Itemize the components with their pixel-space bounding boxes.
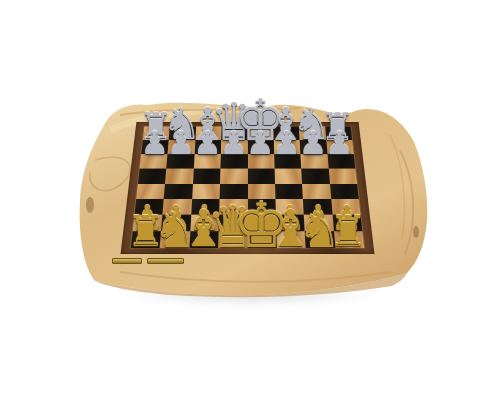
square-d7 — [220, 140, 247, 154]
square-h5 — [328, 169, 357, 184]
square-g5 — [301, 169, 329, 184]
square-f5 — [274, 169, 302, 184]
square-g3 — [303, 199, 332, 215]
square-b1 — [159, 231, 189, 248]
square-b7 — [167, 140, 194, 154]
square-d8 — [221, 126, 247, 140]
square-a7 — [141, 140, 169, 154]
square-h2 — [332, 215, 362, 231]
square-g1 — [304, 231, 334, 248]
square-e3 — [247, 199, 275, 215]
square-g8 — [299, 126, 326, 140]
square-h7 — [325, 140, 353, 154]
square-e7 — [247, 140, 274, 154]
square-d6 — [220, 154, 247, 168]
square-a3 — [134, 199, 164, 215]
square-d5 — [220, 169, 247, 184]
brass-hinge-left — [112, 258, 142, 264]
square-c3 — [191, 199, 220, 215]
square-d1 — [218, 231, 247, 248]
brass-hinge-right — [147, 258, 184, 264]
square-g2 — [303, 215, 333, 231]
square-g4 — [302, 184, 331, 199]
square-e8 — [247, 126, 273, 140]
square-c4 — [191, 184, 219, 199]
square-a8 — [142, 126, 169, 140]
square-c5 — [192, 169, 220, 184]
square-f8 — [273, 126, 300, 140]
square-f4 — [274, 184, 302, 199]
square-a4 — [136, 184, 165, 199]
square-c1 — [189, 231, 219, 248]
photo-scene: ♜♞♝♛♚♝♞♜♟♟♟♟♟♟♟♟♟♟♟♟♟♟♟♟♜♞♝♛♚♝♞♜ — [0, 0, 500, 400]
square-c7 — [194, 140, 221, 154]
square-d3 — [219, 199, 247, 215]
square-c8 — [195, 126, 222, 140]
square-g6 — [300, 154, 328, 168]
square-h8 — [324, 126, 351, 140]
square-h1 — [333, 231, 364, 248]
square-b4 — [164, 184, 193, 199]
square-h4 — [329, 184, 358, 199]
square-g7 — [299, 140, 326, 154]
square-f3 — [275, 199, 304, 215]
square-b6 — [166, 154, 194, 168]
square-e5 — [247, 169, 274, 184]
square-f2 — [275, 215, 304, 231]
square-c6 — [193, 154, 220, 168]
board-frame — [120, 122, 374, 254]
square-b5 — [165, 169, 193, 184]
square-d2 — [218, 215, 247, 231]
square-b3 — [162, 199, 191, 215]
square-d4 — [219, 184, 247, 199]
square-a6 — [139, 154, 167, 168]
square-e2 — [247, 215, 276, 231]
wood-knot — [413, 226, 419, 238]
square-e6 — [247, 154, 274, 168]
square-f7 — [273, 140, 300, 154]
wood-knot — [86, 197, 94, 213]
square-f6 — [274, 154, 301, 168]
square-f1 — [276, 231, 306, 248]
square-a1 — [130, 231, 161, 248]
square-e4 — [247, 184, 275, 199]
square-a2 — [132, 215, 162, 231]
square-a5 — [138, 169, 167, 184]
square-h6 — [327, 154, 355, 168]
square-c2 — [190, 215, 219, 231]
square-b2 — [161, 215, 191, 231]
square-b8 — [169, 126, 196, 140]
square-h3 — [330, 199, 360, 215]
chess-board — [130, 126, 363, 247]
square-e1 — [247, 231, 276, 248]
